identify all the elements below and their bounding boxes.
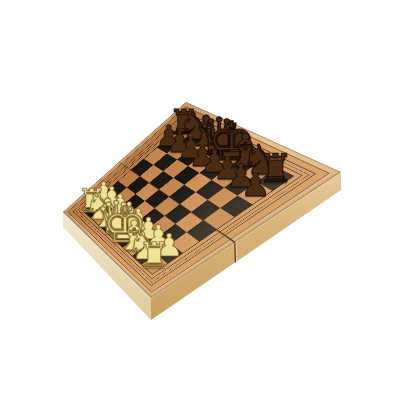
piece-black-pawn[interactable]: ♟ — [241, 168, 271, 201]
chess-set-photo: ♜♞♝♟♛♟♟♚♟♝♟♞♟♜♟♟♟♟♜♟♞♟♝♟♛♟♚♟♝♟♞♜ — [0, 0, 400, 400]
fold-seam-side — [235, 242, 236, 262]
piece-white-rook[interactable]: ♜ — [138, 237, 170, 273]
